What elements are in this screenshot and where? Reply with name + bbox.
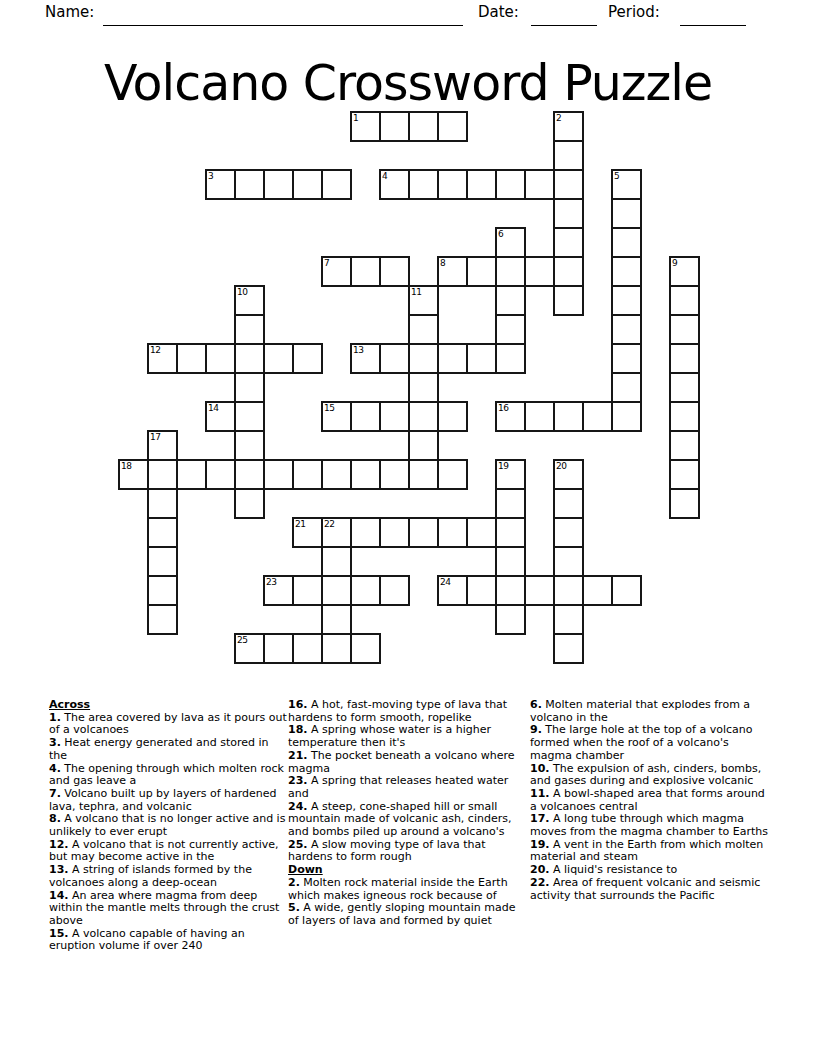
grid-cell[interactable] — [437, 343, 468, 374]
grid-cell[interactable] — [553, 575, 584, 606]
cell-number: 9 — [672, 258, 677, 268]
clue-text: A volcano that is no longer active and i… — [49, 812, 285, 838]
clue-number: 23. — [288, 774, 308, 787]
clue-18: 18. A spring whose water is a higher tem… — [288, 724, 525, 749]
clue-number: 20. — [530, 863, 550, 876]
grid-cell[interactable] — [408, 517, 439, 548]
clue-number: 6. — [530, 698, 542, 711]
grid-cell[interactable] — [408, 314, 439, 345]
grid-cell[interactable] — [553, 604, 584, 635]
clue-text: Area of frequent volcanic and seismic ac… — [530, 876, 760, 902]
clue-number: 10. — [530, 762, 550, 775]
grid-cell[interactable]: 4 — [379, 169, 410, 200]
worksheet-page: Name: Date: Period: Volcano Crossword Pu… — [0, 0, 816, 1056]
cell-number: 10 — [237, 287, 247, 297]
clue-number: 19. — [530, 838, 550, 851]
clue-number: 16. — [288, 698, 308, 711]
grid-cell[interactable] — [669, 314, 700, 345]
grid-cell[interactable] — [611, 256, 642, 287]
clue-19: 19. A vent in the Earth from which molte… — [530, 839, 774, 864]
grid-cell[interactable]: 2 — [553, 111, 584, 142]
grid-cell[interactable] — [524, 401, 555, 432]
grid-cell[interactable] — [263, 343, 294, 374]
cell-number: 19 — [498, 461, 508, 471]
grid-cell[interactable] — [205, 343, 236, 374]
cell-number: 6 — [498, 229, 503, 239]
clue-9: 9. The large hole at the top of a volcan… — [530, 724, 774, 762]
cell-number: 23 — [266, 577, 276, 587]
clue-17: 17. A long tube through which magma move… — [530, 813, 774, 838]
grid-cell[interactable] — [350, 459, 381, 490]
grid-cell[interactable] — [321, 169, 352, 200]
grid-cell[interactable] — [495, 314, 526, 345]
grid-cell[interactable] — [553, 546, 584, 577]
clue-number: 22. — [530, 876, 550, 889]
grid-cell[interactable] — [234, 314, 265, 345]
grid-cell[interactable]: 13 — [350, 343, 381, 374]
grid-cell[interactable] — [147, 546, 178, 577]
cell-number: 21 — [295, 519, 305, 529]
grid-cell[interactable] — [234, 401, 265, 432]
grid-cell[interactable]: 6 — [495, 227, 526, 258]
grid-cell[interactable] — [553, 401, 584, 432]
grid-cell[interactable] — [553, 633, 584, 664]
grid-cell[interactable] — [553, 517, 584, 548]
grid-cell[interactable] — [234, 459, 265, 490]
clue-text: Heat energy generated and stored in the — [49, 736, 269, 762]
grid-cell[interactable]: 16 — [495, 401, 526, 432]
grid-cell[interactable] — [379, 459, 410, 490]
clue-number: 9. — [530, 723, 542, 736]
clue-text: A string of islands formed by the volcan… — [49, 863, 252, 889]
grid-cell[interactable] — [350, 256, 381, 287]
grid-cell[interactable] — [437, 459, 468, 490]
clue-text: A bowl-shaped area that forms around a v… — [530, 787, 765, 813]
grid-cell[interactable] — [234, 430, 265, 461]
grid-cell[interactable] — [495, 546, 526, 577]
grid-cell[interactable] — [669, 372, 700, 403]
clue-12: 12. A volcano that is not currently acti… — [49, 839, 289, 864]
clue-7: 7. Volcano built up by layers of hardene… — [49, 788, 289, 813]
clue-text: Volcano built up by layers of hardened l… — [49, 787, 277, 813]
clue-23: 23. A spring that releases heated water … — [288, 775, 525, 800]
clue-22: 22. Area of frequent volcanic and seismi… — [530, 877, 774, 902]
grid-cell[interactable] — [234, 169, 265, 200]
grid-cell[interactable]: 5 — [611, 169, 642, 200]
grid-cell[interactable] — [408, 430, 439, 461]
clue-14: 14. An area where magma from deep within… — [49, 890, 289, 928]
grid-cell[interactable] — [553, 198, 584, 229]
clue-21: 21. The pocket beneath a volcano where m… — [288, 750, 525, 775]
grid-cell[interactable] — [379, 575, 410, 606]
clue-8: 8. A volcano that is no longer active an… — [49, 813, 289, 838]
grid-cell[interactable] — [321, 604, 352, 635]
clue-11: 11. A bowl-shaped area that forms around… — [530, 788, 774, 813]
grid-cell[interactable] — [147, 575, 178, 606]
grid-cell[interactable] — [669, 285, 700, 316]
cell-number: 13 — [353, 345, 363, 355]
clue-text: A slow moving type of lava that hardens … — [288, 838, 486, 864]
grid-cell[interactable] — [611, 227, 642, 258]
grid-cell[interactable] — [379, 111, 410, 142]
grid-cell[interactable] — [379, 256, 410, 287]
clue-number: 17. — [530, 812, 550, 825]
cell-number: 7 — [324, 258, 329, 268]
grid-cell[interactable] — [321, 633, 352, 664]
grid-cell[interactable]: 10 — [234, 285, 265, 316]
grid-cell[interactable]: 8 — [437, 256, 468, 287]
clue-number: 13. — [49, 863, 69, 876]
cell-number: 17 — [150, 432, 160, 442]
clue-text: The large hole at the top of a volcano f… — [530, 723, 752, 761]
grid-cell[interactable] — [524, 169, 555, 200]
grid-cell[interactable] — [234, 372, 265, 403]
grid-cell[interactable] — [669, 401, 700, 432]
clue-number: 18. — [288, 723, 308, 736]
clue-number: 14. — [49, 889, 69, 902]
grid-cell[interactable] — [176, 459, 207, 490]
clue-text: A vent in the Earth from which molten ma… — [530, 838, 763, 864]
clue-10: 10. The expulsion of ash, cinders, bombs… — [530, 763, 774, 788]
grid-cell[interactable] — [379, 343, 410, 374]
clue-text: Molten rock material inside the Earth wh… — [288, 876, 508, 902]
grid-cell[interactable] — [176, 343, 207, 374]
grid-cell[interactable] — [466, 343, 497, 374]
cell-number: 3 — [208, 171, 213, 181]
grid-cell[interactable] — [321, 459, 352, 490]
clue-column-1: Across1. The area covered by lava as it … — [49, 699, 289, 953]
grid-cell[interactable] — [669, 488, 700, 519]
clue-text: A spring that releases heated water and — [288, 774, 508, 800]
grid-cell[interactable] — [466, 256, 497, 287]
cell-number: 16 — [498, 403, 508, 413]
grid-cell[interactable] — [292, 459, 323, 490]
clue-text: A long tube through which magma moves fr… — [530, 812, 768, 838]
grid-cell[interactable] — [495, 343, 526, 374]
clue-column-2: 16. A hot, fast-moving type of lava that… — [288, 699, 525, 928]
clue-13: 13. A string of islands formed by the vo… — [49, 864, 289, 889]
clue-column-3: 6. Molten material that explodes from a … — [530, 699, 774, 902]
grid-cell[interactable] — [350, 517, 381, 548]
grid-cell[interactable] — [321, 546, 352, 577]
clue-2: 2. Molten rock material inside the Earth… — [288, 877, 525, 902]
grid-cell[interactable] — [553, 140, 584, 171]
grid-cell[interactable] — [205, 459, 236, 490]
grid-cell[interactable]: 18 — [118, 459, 149, 490]
grid-cell[interactable] — [292, 633, 323, 664]
grid-cell[interactable]: 19 — [495, 459, 526, 490]
clue-number: 24. — [288, 800, 308, 813]
grid-cell[interactable] — [408, 372, 439, 403]
grid-cell[interactable] — [524, 256, 555, 287]
grid-cell[interactable]: 14 — [205, 401, 236, 432]
grid-cell[interactable] — [147, 459, 178, 490]
clue-number: 8. — [49, 812, 61, 825]
grid-cell[interactable] — [234, 343, 265, 374]
grid-cell[interactable] — [147, 517, 178, 548]
grid-cell[interactable] — [611, 401, 642, 432]
grid-cell[interactable]: 17 — [147, 430, 178, 461]
grid-cell[interactable]: 11 — [408, 285, 439, 316]
grid-cell[interactable] — [263, 169, 294, 200]
grid-cell[interactable] — [553, 169, 584, 200]
grid-cell[interactable] — [408, 169, 439, 200]
grid-cell[interactable] — [234, 488, 265, 519]
cell-number: 12 — [150, 345, 160, 355]
grid-cell[interactable] — [408, 343, 439, 374]
grid-cell[interactable] — [437, 517, 468, 548]
cell-number: 20 — [556, 461, 566, 471]
grid-cell[interactable] — [524, 575, 555, 606]
grid-cell[interactable] — [669, 459, 700, 490]
grid-cell[interactable] — [292, 575, 323, 606]
grid-cell[interactable]: 7 — [321, 256, 352, 287]
grid-cell[interactable] — [321, 575, 352, 606]
grid-cell[interactable] — [495, 517, 526, 548]
grid-cell[interactable] — [466, 517, 497, 548]
grid-cell[interactable]: 22 — [321, 517, 352, 548]
grid-cell[interactable] — [350, 401, 381, 432]
grid-cell[interactable] — [611, 372, 642, 403]
grid-cell[interactable] — [495, 169, 526, 200]
clue-number: 3. — [49, 736, 61, 749]
grid-cell[interactable]: 20 — [553, 459, 584, 490]
grid-cell[interactable]: 23 — [263, 575, 294, 606]
grid-cell[interactable] — [466, 575, 497, 606]
grid-cell[interactable] — [553, 285, 584, 316]
clue-number: 11. — [530, 787, 550, 800]
grid-cell[interactable] — [379, 401, 410, 432]
grid-cell[interactable]: 1 — [350, 111, 381, 142]
clue-number: 7. — [49, 787, 61, 800]
clue-number: 21. — [288, 749, 308, 762]
clue-text: A hot, fast-moving type of lava that har… — [288, 698, 507, 724]
cell-number: 14 — [208, 403, 218, 413]
grid-cell[interactable]: 21 — [292, 517, 323, 548]
clue-15: 15. A volcano capable of having an erupt… — [49, 928, 289, 953]
cell-number: 4 — [382, 171, 387, 181]
grid-cell[interactable] — [582, 575, 613, 606]
clue-text: The pocket beneath a volcano where magma — [288, 749, 515, 775]
grid-cell[interactable] — [408, 459, 439, 490]
cell-number: 18 — [121, 461, 131, 471]
grid-cell[interactable] — [292, 169, 323, 200]
clue-number: 12. — [49, 838, 69, 851]
clue-25: 25. A slow moving type of lava that hard… — [288, 839, 525, 864]
grid-cell[interactable] — [147, 604, 178, 635]
grid-cell[interactable] — [147, 488, 178, 519]
grid-cell[interactable] — [611, 285, 642, 316]
grid-cell[interactable] — [553, 256, 584, 287]
cell-number: 8 — [440, 258, 445, 268]
grid-cell[interactable] — [408, 401, 439, 432]
clue-text: A steep, cone-shaped hill or small mount… — [288, 800, 511, 838]
grid-cell[interactable] — [437, 169, 468, 200]
grid-cell[interactable] — [350, 633, 381, 664]
grid-cell[interactable] — [437, 111, 468, 142]
clue-number: 15. — [49, 927, 69, 940]
clue-number: 2. — [288, 876, 300, 889]
grid-cell[interactable] — [292, 343, 323, 374]
cell-number: 15 — [324, 403, 334, 413]
grid-cell[interactable] — [466, 169, 497, 200]
grid-cell[interactable] — [669, 343, 700, 374]
grid-cell[interactable] — [495, 575, 526, 606]
cell-number: 25 — [237, 635, 247, 645]
cell-number: 2 — [556, 113, 561, 123]
clue-24: 24. A steep, cone-shaped hill or small m… — [288, 801, 525, 839]
grid-cell[interactable] — [408, 111, 439, 142]
grid-cell[interactable] — [553, 488, 584, 519]
grid-cell[interactable] — [553, 227, 584, 258]
clue-3: 3. Heat energy generated and stored in t… — [49, 737, 289, 762]
grid-cell[interactable] — [350, 575, 381, 606]
grid-cell[interactable] — [263, 633, 294, 664]
grid-cell[interactable] — [495, 604, 526, 635]
clue-text: A volcano capable of having an eruption … — [49, 927, 245, 953]
clue-4: 4. The opening through which molten rock… — [49, 763, 289, 788]
grid-cell[interactable] — [582, 401, 613, 432]
cell-number: 22 — [324, 519, 334, 529]
grid-cell[interactable] — [495, 488, 526, 519]
grid-cell[interactable] — [495, 285, 526, 316]
cell-number: 1 — [353, 113, 358, 123]
grid-cell[interactable] — [495, 256, 526, 287]
grid-cell[interactable] — [379, 517, 410, 548]
grid-cell[interactable]: 15 — [321, 401, 352, 432]
grid-cell[interactable] — [611, 314, 642, 345]
grid-cell[interactable] — [611, 575, 642, 606]
clue-text: A spring whose water is a higher tempera… — [288, 723, 491, 749]
grid-cell[interactable]: 9 — [669, 256, 700, 287]
clue-text: A wide, gently sloping mountain made of … — [288, 901, 515, 927]
cell-number: 24 — [440, 577, 450, 587]
cell-number: 5 — [614, 171, 619, 181]
clue-text: The area covered by lava as it pours out… — [49, 711, 287, 737]
clue-text: Molten material that explodes from a vol… — [530, 698, 750, 724]
grid-cell[interactable]: 12 — [147, 343, 178, 374]
clue-6: 6. Molten material that explodes from a … — [530, 699, 774, 724]
cell-number: 11 — [411, 287, 421, 297]
grid-cell[interactable]: 24 — [437, 575, 468, 606]
clue-text: An area where magma from deep within the… — [49, 889, 279, 927]
clue-number: 25. — [288, 838, 308, 851]
clue-number: 1. — [49, 711, 61, 724]
clue-text: The opening through which molten rock an… — [49, 762, 284, 788]
clue-text: A volcano that is not currently active, … — [49, 838, 279, 864]
grid-cell[interactable] — [611, 198, 642, 229]
clue-text: A liquid's resistance to — [553, 863, 677, 876]
grid-cell[interactable]: 3 — [205, 169, 236, 200]
clue-number: 4. — [49, 762, 61, 775]
clue-number: 5. — [288, 901, 300, 914]
grid-cell[interactable] — [611, 343, 642, 374]
clue-1: 1. The area covered by lava as it pours … — [49, 712, 289, 737]
clue-16: 16. A hot, fast-moving type of lava that… — [288, 699, 525, 724]
crossword-grid: 1234567891011121314151617181920212223242… — [0, 0, 816, 700]
grid-cell[interactable] — [669, 430, 700, 461]
grid-cell[interactable]: 25 — [234, 633, 265, 664]
clue-5: 5. A wide, gently sloping mountain made … — [288, 902, 525, 927]
grid-cell[interactable] — [263, 459, 294, 490]
grid-cell[interactable] — [437, 401, 468, 432]
clue-text: The expulsion of ash, cinders, bombs, an… — [530, 762, 761, 788]
